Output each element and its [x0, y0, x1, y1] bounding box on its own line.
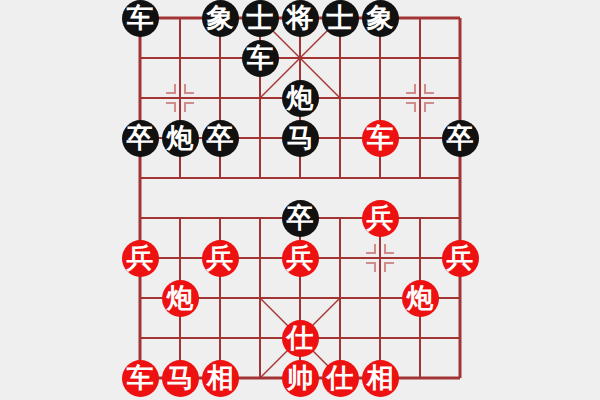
piece-black-advisor[interactable]: 士 — [242, 0, 279, 37]
piece-red-elephant[interactable]: 相 — [202, 360, 239, 397]
piece-black-pawn[interactable]: 卒 — [442, 120, 479, 157]
piece-red-pawn[interactable]: 兵 — [122, 240, 159, 277]
piece-black-pawn[interactable]: 卒 — [282, 200, 319, 237]
piece-black-cannon[interactable]: 炮 — [282, 80, 319, 117]
piece-red-king[interactable]: 帅 — [282, 360, 319, 397]
piece-red-pawn[interactable]: 兵 — [362, 200, 399, 237]
piece-red-cannon[interactable]: 炮 — [402, 280, 439, 317]
piece-red-pawn[interactable]: 兵 — [442, 240, 479, 277]
piece-black-rook[interactable]: 车 — [122, 0, 159, 37]
piece-black-elephant[interactable]: 象 — [362, 0, 399, 37]
piece-black-cannon[interactable]: 炮 — [162, 120, 199, 157]
piece-red-horse[interactable]: 马 — [162, 360, 199, 397]
piece-red-elephant[interactable]: 相 — [362, 360, 399, 397]
pieces-layer: 车象士将士象车炮卒炮卒马卒卒车兵兵兵兵兵炮炮仕车马相帅仕相 — [0, 0, 600, 400]
piece-black-king[interactable]: 将 — [282, 0, 319, 37]
piece-red-pawn[interactable]: 兵 — [282, 240, 319, 277]
piece-red-advisor[interactable]: 仕 — [282, 320, 319, 357]
piece-black-pawn[interactable]: 卒 — [202, 120, 239, 157]
piece-black-horse[interactable]: 马 — [282, 120, 319, 157]
piece-black-rook[interactable]: 车 — [242, 40, 279, 77]
piece-red-rook[interactable]: 车 — [362, 120, 399, 157]
piece-red-pawn[interactable]: 兵 — [202, 240, 239, 277]
piece-black-pawn[interactable]: 卒 — [122, 120, 159, 157]
xiangqi-board: 车象士将士象车炮卒炮卒马卒卒车兵兵兵兵兵炮炮仕车马相帅仕相 — [0, 0, 600, 400]
piece-red-cannon[interactable]: 炮 — [162, 280, 199, 317]
piece-red-advisor[interactable]: 仕 — [322, 360, 359, 397]
piece-black-advisor[interactable]: 士 — [322, 0, 359, 37]
piece-black-elephant[interactable]: 象 — [202, 0, 239, 37]
piece-red-rook[interactable]: 车 — [122, 360, 159, 397]
